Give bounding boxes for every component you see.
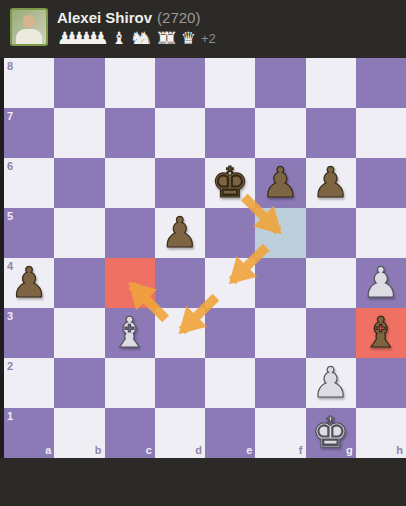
player-bar-top: Alexei Shirov (2720) ♟♟♟♟♟♟♝♞♞♜♜♛+2 (0, 0, 406, 58)
square-f3[interactable] (255, 308, 305, 358)
square-h4[interactable]: ♟ (356, 258, 406, 308)
captured-pieces-top: ♟♟♟♟♟♟♝♞♞♜♜♛+2 (57, 28, 216, 48)
square-d3[interactable] (155, 308, 205, 358)
square-h2[interactable] (356, 358, 406, 408)
square-a1[interactable]: 1a (4, 408, 54, 458)
square-f5[interactable] (255, 208, 305, 258)
square-g4[interactable] (306, 258, 356, 308)
square-c1[interactable]: c (105, 408, 155, 458)
black-bishop-h3[interactable]: ♝ (362, 308, 400, 358)
file-label-d: d (195, 445, 202, 456)
square-h5[interactable] (356, 208, 406, 258)
chess-board: 876♚♟♟5♟4♟♟3♝♝2♟1abcdefg♚h (4, 58, 406, 458)
square-a4[interactable]: 4♟ (4, 258, 54, 308)
file-label-c: c (146, 445, 152, 456)
rank-label-7: 7 (7, 111, 13, 122)
white-pawn-h4[interactable]: ♟ (362, 258, 400, 308)
square-b2[interactable] (54, 358, 104, 408)
player-avatar-top[interactable] (10, 8, 48, 46)
square-a7[interactable]: 7 (4, 108, 54, 158)
file-label-e: e (246, 445, 252, 456)
square-b4[interactable] (54, 258, 104, 308)
square-g7[interactable] (306, 108, 356, 158)
player-rating-top: (2720) (157, 9, 200, 26)
rank-label-5: 5 (7, 211, 13, 222)
file-label-b: b (95, 445, 102, 456)
square-g3[interactable] (306, 308, 356, 358)
square-e7[interactable] (205, 108, 255, 158)
square-e5[interactable] (205, 208, 255, 258)
board-squares: 876♚♟♟5♟4♟♟3♝♝2♟1abcdefg♚h (4, 58, 406, 458)
captured-rook-group: ♜♜ (155, 28, 169, 48)
square-h1[interactable]: h (356, 408, 406, 458)
square-d5[interactable]: ♟ (155, 208, 205, 258)
file-label-a: a (45, 445, 51, 456)
square-b8[interactable] (54, 58, 104, 108)
file-label-h: h (396, 445, 403, 456)
square-h3[interactable]: ♝ (356, 308, 406, 358)
square-a2[interactable]: 2 (4, 358, 54, 408)
square-a8[interactable]: 8 (4, 58, 54, 108)
file-label-f: f (299, 445, 303, 456)
black-pawn-f6[interactable]: ♟ (262, 158, 300, 208)
square-e1[interactable]: e (205, 408, 255, 458)
square-e8[interactable] (205, 58, 255, 108)
square-h6[interactable] (356, 158, 406, 208)
square-a3[interactable]: 3 (4, 308, 54, 358)
white-king-g1[interactable]: ♚ (312, 408, 350, 458)
square-g6[interactable]: ♟ (306, 158, 356, 208)
square-c4[interactable] (105, 258, 155, 308)
player-info-top: Alexei Shirov (2720) ♟♟♟♟♟♟♝♞♞♜♜♛+2 (57, 9, 216, 48)
player-bar-bottom: Veselin Topalov (2700) ♟♟♟♟♝♞♞♜♜♛ (0, 458, 406, 506)
captured-queen-group: ♛ (181, 28, 188, 48)
square-f1[interactable]: f (255, 408, 305, 458)
rank-label-6: 6 (7, 161, 13, 172)
rank-label-3: 3 (7, 311, 13, 322)
square-g1[interactable]: g♚ (306, 408, 356, 458)
square-h8[interactable] (356, 58, 406, 108)
square-f8[interactable] (255, 58, 305, 108)
square-b3[interactable] (54, 308, 104, 358)
square-e6[interactable]: ♚ (205, 158, 255, 208)
square-a5[interactable]: 5 (4, 208, 54, 258)
square-d2[interactable] (155, 358, 205, 408)
captured-bishop-group: ♝ (111, 28, 118, 48)
square-d7[interactable] (155, 108, 205, 158)
square-d8[interactable] (155, 58, 205, 108)
square-f7[interactable] (255, 108, 305, 158)
square-b7[interactable] (54, 108, 104, 158)
avatar-head-icon (23, 15, 36, 28)
captured-knight-group: ♞♞ (130, 28, 144, 48)
black-pawn-a4[interactable]: ♟ (10, 258, 48, 308)
square-b1[interactable]: b (54, 408, 104, 458)
square-c2[interactable] (105, 358, 155, 408)
square-e4[interactable] (205, 258, 255, 308)
square-h7[interactable] (356, 108, 406, 158)
square-c5[interactable] (105, 208, 155, 258)
square-f6[interactable]: ♟ (255, 158, 305, 208)
square-f4[interactable] (255, 258, 305, 308)
square-g8[interactable] (306, 58, 356, 108)
black-pawn-g6[interactable]: ♟ (312, 158, 350, 208)
square-b5[interactable] (54, 208, 104, 258)
white-bishop-c3[interactable]: ♝ (111, 308, 149, 358)
avatar-body-icon (16, 29, 42, 46)
player-name-top[interactable]: Alexei Shirov (57, 9, 152, 26)
chess-app-page: Alexei Shirov (2720) ♟♟♟♟♟♟♝♞♞♜♜♛+2 876♚… (0, 0, 406, 506)
square-g2[interactable]: ♟ (306, 358, 356, 408)
rank-label-1: 1 (7, 411, 13, 422)
square-e2[interactable] (205, 358, 255, 408)
square-c6[interactable] (105, 158, 155, 208)
square-d1[interactable]: d (155, 408, 205, 458)
square-f2[interactable] (255, 358, 305, 408)
square-a6[interactable]: 6 (4, 158, 54, 208)
square-b6[interactable] (54, 158, 104, 208)
square-c8[interactable] (105, 58, 155, 108)
captured-pawn-group: ♟♟♟♟♟♟ (57, 28, 100, 48)
rank-label-2: 2 (7, 361, 13, 372)
square-c7[interactable] (105, 108, 155, 158)
square-d4[interactable] (155, 258, 205, 308)
square-c3[interactable]: ♝ (105, 308, 155, 358)
square-g5[interactable] (306, 208, 356, 258)
material-advantage: +2 (201, 31, 216, 46)
black-king-e6[interactable]: ♚ (211, 158, 249, 208)
rank-label-8: 8 (7, 61, 13, 72)
white-pawn-g2[interactable]: ♟ (312, 358, 350, 408)
square-e3[interactable] (205, 308, 255, 358)
square-d6[interactable] (155, 158, 205, 208)
black-pawn-d5[interactable]: ♟ (161, 208, 199, 258)
